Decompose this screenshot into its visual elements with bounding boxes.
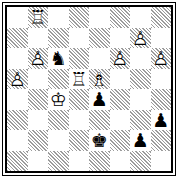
square-c7[interactable]	[48, 28, 69, 49]
square-h6[interactable]: ♟♙	[151, 48, 172, 69]
square-e4[interactable]: ♟	[89, 89, 110, 110]
black-pawn: ♟	[151, 110, 172, 131]
board-inner-border: ♜♖♟♙♟♙♞♟♙♟♙♟♙♜♖♝♗♚♔♟♟♚♟	[5, 5, 173, 173]
white-pawn: ♙	[7, 69, 28, 90]
black-knight: ♞	[48, 48, 69, 69]
square-g6[interactable]	[130, 48, 151, 69]
square-h3[interactable]: ♟	[151, 110, 172, 131]
square-d6[interactable]	[69, 48, 90, 69]
square-f2[interactable]	[110, 130, 131, 151]
white-pawn: ♙	[130, 28, 151, 49]
square-d8[interactable]	[69, 7, 90, 28]
square-c5[interactable]	[48, 69, 69, 90]
square-e5[interactable]: ♝♗	[89, 69, 110, 90]
square-f7[interactable]	[110, 28, 131, 49]
square-b7[interactable]	[28, 28, 49, 49]
square-d3[interactable]	[69, 110, 90, 131]
square-g3[interactable]	[130, 110, 151, 131]
square-c8[interactable]	[48, 7, 69, 28]
black-king: ♚	[89, 130, 110, 151]
white-rook: ♖	[69, 69, 90, 90]
square-g1[interactable]	[130, 151, 151, 172]
square-d5[interactable]: ♜♖	[69, 69, 90, 90]
square-a6[interactable]	[7, 48, 28, 69]
square-h7[interactable]	[151, 28, 172, 49]
square-b2[interactable]	[28, 130, 49, 151]
square-d1[interactable]	[69, 151, 90, 172]
square-a1[interactable]	[7, 151, 28, 172]
square-c4[interactable]: ♚♔	[48, 89, 69, 110]
white-bishop: ♗	[89, 69, 110, 90]
square-h2[interactable]	[151, 130, 172, 151]
square-a7[interactable]	[7, 28, 28, 49]
square-a3[interactable]	[7, 110, 28, 131]
square-f3[interactable]	[110, 110, 131, 131]
square-b3[interactable]	[28, 110, 49, 131]
square-b5[interactable]	[28, 69, 49, 90]
square-c1[interactable]	[48, 151, 69, 172]
square-h1[interactable]	[151, 151, 172, 172]
square-h4[interactable]	[151, 89, 172, 110]
square-f8[interactable]	[110, 7, 131, 28]
square-d4[interactable]	[69, 89, 90, 110]
square-f4[interactable]	[110, 89, 131, 110]
square-e3[interactable]	[89, 110, 110, 131]
square-g4[interactable]	[130, 89, 151, 110]
square-f6[interactable]: ♟♙	[110, 48, 131, 69]
square-e1[interactable]	[89, 151, 110, 172]
square-f5[interactable]	[110, 69, 131, 90]
chess-board: ♜♖♟♙♟♙♞♟♙♟♙♟♙♜♖♝♗♚♔♟♟♚♟	[7, 7, 171, 171]
square-d7[interactable]	[69, 28, 90, 49]
square-d2[interactable]	[69, 130, 90, 151]
white-pawn: ♙	[151, 48, 172, 69]
square-g2[interactable]: ♟	[130, 130, 151, 151]
black-pawn: ♟	[130, 130, 151, 151]
square-e7[interactable]	[89, 28, 110, 49]
square-e6[interactable]	[89, 48, 110, 69]
square-h8[interactable]	[151, 7, 172, 28]
square-b8[interactable]: ♜♖	[28, 7, 49, 28]
square-a8[interactable]	[7, 7, 28, 28]
white-rook: ♖	[28, 7, 49, 28]
square-a2[interactable]	[7, 130, 28, 151]
square-g8[interactable]	[130, 7, 151, 28]
board-frame: ♜♖♟♙♟♙♞♟♙♟♙♟♙♜♖♝♗♚♔♟♟♚♟	[2, 2, 176, 176]
square-e2[interactable]: ♚	[89, 130, 110, 151]
square-g7[interactable]: ♟♙	[130, 28, 151, 49]
square-c6[interactable]: ♞	[48, 48, 69, 69]
black-pawn: ♟	[89, 89, 110, 110]
white-king: ♔	[48, 89, 69, 110]
white-pawn: ♙	[110, 48, 131, 69]
square-a4[interactable]	[7, 89, 28, 110]
square-c3[interactable]	[48, 110, 69, 131]
square-b1[interactable]	[28, 151, 49, 172]
square-f1[interactable]	[110, 151, 131, 172]
white-pawn: ♙	[28, 48, 49, 69]
square-c2[interactable]	[48, 130, 69, 151]
square-h5[interactable]	[151, 69, 172, 90]
square-b4[interactable]	[28, 89, 49, 110]
square-e8[interactable]	[89, 7, 110, 28]
square-a5[interactable]: ♟♙	[7, 69, 28, 90]
square-g5[interactable]	[130, 69, 151, 90]
square-b6[interactable]: ♟♙	[28, 48, 49, 69]
